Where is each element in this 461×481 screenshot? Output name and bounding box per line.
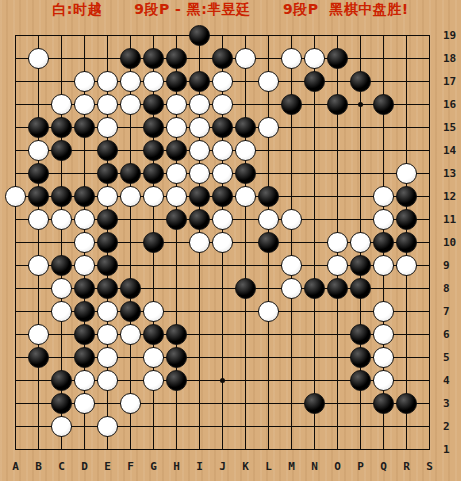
board-cell-F19[interactable] xyxy=(119,24,142,47)
board-cell-A6[interactable] xyxy=(4,323,27,346)
board-cell-A7[interactable] xyxy=(4,300,27,323)
board-cell-N7[interactable] xyxy=(303,300,326,323)
board-cell-Q19[interactable] xyxy=(372,24,395,47)
board-cell-L12[interactable] xyxy=(257,185,280,208)
board-cell-L18[interactable] xyxy=(257,47,280,70)
board-cell-K6[interactable] xyxy=(234,323,257,346)
board-cell-N16[interactable] xyxy=(303,93,326,116)
board-cell-Q1[interactable] xyxy=(372,438,395,461)
board-cell-I3[interactable] xyxy=(188,392,211,415)
board-cell-D2[interactable] xyxy=(73,415,96,438)
board-cell-F8[interactable] xyxy=(119,277,142,300)
board-cell-G9[interactable] xyxy=(142,254,165,277)
board-cell-Q5[interactable] xyxy=(372,346,395,369)
board-cell-B9[interactable] xyxy=(27,254,50,277)
board-cell-G19[interactable] xyxy=(142,24,165,47)
board-cell-F14[interactable] xyxy=(119,139,142,162)
board-cell-A18[interactable] xyxy=(4,47,27,70)
board-cell-M3[interactable] xyxy=(280,392,303,415)
board-cell-Q15[interactable] xyxy=(372,116,395,139)
board-cell-E16[interactable] xyxy=(96,93,119,116)
board-cell-A13[interactable] xyxy=(4,162,27,185)
board-cell-K9[interactable] xyxy=(234,254,257,277)
board-cell-Q6[interactable] xyxy=(372,323,395,346)
board-cell-H10[interactable] xyxy=(165,231,188,254)
board-cell-E12[interactable] xyxy=(96,185,119,208)
board-cell-F9[interactable] xyxy=(119,254,142,277)
board-cell-A11[interactable] xyxy=(4,208,27,231)
board-cell-A12[interactable] xyxy=(4,185,27,208)
board-cell-C9[interactable] xyxy=(50,254,73,277)
board-cell-H15[interactable] xyxy=(165,116,188,139)
board-cell-M11[interactable] xyxy=(280,208,303,231)
board-cell-L9[interactable] xyxy=(257,254,280,277)
board-cell-H4[interactable] xyxy=(165,369,188,392)
board-cell-C11[interactable] xyxy=(50,208,73,231)
board-cell-C1[interactable] xyxy=(50,438,73,461)
board-cell-N18[interactable] xyxy=(303,47,326,70)
board-cell-Q18[interactable] xyxy=(372,47,395,70)
board-cell-O8[interactable] xyxy=(326,277,349,300)
board-cell-S13[interactable] xyxy=(418,162,441,185)
board-cell-I16[interactable] xyxy=(188,93,211,116)
board-cell-L1[interactable] xyxy=(257,438,280,461)
board-cell-N10[interactable] xyxy=(303,231,326,254)
board-cell-O10[interactable] xyxy=(326,231,349,254)
board-cell-K1[interactable] xyxy=(234,438,257,461)
board-cell-S4[interactable] xyxy=(418,369,441,392)
board-cell-S11[interactable] xyxy=(418,208,441,231)
board-cell-I10[interactable] xyxy=(188,231,211,254)
board-cell-G18[interactable] xyxy=(142,47,165,70)
board-cell-S18[interactable] xyxy=(418,47,441,70)
board-cell-L3[interactable] xyxy=(257,392,280,415)
board-cell-S15[interactable] xyxy=(418,116,441,139)
board-cell-S6[interactable] xyxy=(418,323,441,346)
board-cell-P6[interactable] xyxy=(349,323,372,346)
board-cell-R19[interactable] xyxy=(395,24,418,47)
board-cell-J4[interactable] xyxy=(211,369,234,392)
board-cell-S10[interactable] xyxy=(418,231,441,254)
board-cell-I7[interactable] xyxy=(188,300,211,323)
board-cell-M1[interactable] xyxy=(280,438,303,461)
board-cell-B10[interactable] xyxy=(27,231,50,254)
board-cell-H2[interactable] xyxy=(165,415,188,438)
board-cell-S2[interactable] xyxy=(418,415,441,438)
board-cell-I8[interactable] xyxy=(188,277,211,300)
board-cell-H7[interactable] xyxy=(165,300,188,323)
board-cell-E3[interactable] xyxy=(96,392,119,415)
board-cell-A19[interactable] xyxy=(4,24,27,47)
board-cell-S1[interactable] xyxy=(418,438,441,461)
board-cell-J13[interactable] xyxy=(211,162,234,185)
board-cell-H5[interactable] xyxy=(165,346,188,369)
board-cell-G11[interactable] xyxy=(142,208,165,231)
board-cell-B16[interactable] xyxy=(27,93,50,116)
board-cell-M9[interactable] xyxy=(280,254,303,277)
board-cell-B18[interactable] xyxy=(27,47,50,70)
board-cell-Q7[interactable] xyxy=(372,300,395,323)
board-cell-R4[interactable] xyxy=(395,369,418,392)
board-cell-P18[interactable] xyxy=(349,47,372,70)
board-cell-Q2[interactable] xyxy=(372,415,395,438)
board-cell-A17[interactable] xyxy=(4,70,27,93)
board-cell-A5[interactable] xyxy=(4,346,27,369)
board-cell-N19[interactable] xyxy=(303,24,326,47)
board-cell-P4[interactable] xyxy=(349,369,372,392)
board-cell-B17[interactable] xyxy=(27,70,50,93)
board-cell-R3[interactable] xyxy=(395,392,418,415)
board-cell-P5[interactable] xyxy=(349,346,372,369)
board-cell-D12[interactable] xyxy=(73,185,96,208)
board-cell-K13[interactable] xyxy=(234,162,257,185)
board-cell-C13[interactable] xyxy=(50,162,73,185)
board-cell-M10[interactable] xyxy=(280,231,303,254)
board-cell-L6[interactable] xyxy=(257,323,280,346)
board-cell-P2[interactable] xyxy=(349,415,372,438)
board-cell-A14[interactable] xyxy=(4,139,27,162)
board-cell-S17[interactable] xyxy=(418,70,441,93)
board-cell-K14[interactable] xyxy=(234,139,257,162)
board-cell-S5[interactable] xyxy=(418,346,441,369)
board-cell-D8[interactable] xyxy=(73,277,96,300)
board-cell-L15[interactable] xyxy=(257,116,280,139)
board-cell-M12[interactable] xyxy=(280,185,303,208)
board-cell-H12[interactable] xyxy=(165,185,188,208)
board-cell-F15[interactable] xyxy=(119,116,142,139)
board-cell-C2[interactable] xyxy=(50,415,73,438)
board-cell-R9[interactable] xyxy=(395,254,418,277)
board-cell-H18[interactable] xyxy=(165,47,188,70)
board-cell-Q4[interactable] xyxy=(372,369,395,392)
board-cell-D18[interactable] xyxy=(73,47,96,70)
board-cell-B4[interactable] xyxy=(27,369,50,392)
board-cell-R18[interactable] xyxy=(395,47,418,70)
board-cell-D17[interactable] xyxy=(73,70,96,93)
board-cell-G7[interactable] xyxy=(142,300,165,323)
board-cell-N5[interactable] xyxy=(303,346,326,369)
board-cell-N9[interactable] xyxy=(303,254,326,277)
board-cell-R7[interactable] xyxy=(395,300,418,323)
board-cell-G4[interactable] xyxy=(142,369,165,392)
board-cell-I9[interactable] xyxy=(188,254,211,277)
board-cell-D13[interactable] xyxy=(73,162,96,185)
board-cell-I12[interactable] xyxy=(188,185,211,208)
board-cell-O14[interactable] xyxy=(326,139,349,162)
board-cell-N6[interactable] xyxy=(303,323,326,346)
board-cell-M6[interactable] xyxy=(280,323,303,346)
board-cell-J11[interactable] xyxy=(211,208,234,231)
board-cell-P13[interactable] xyxy=(349,162,372,185)
board-cell-B11[interactable] xyxy=(27,208,50,231)
board-cell-E6[interactable] xyxy=(96,323,119,346)
board-cell-B6[interactable] xyxy=(27,323,50,346)
board-cell-S8[interactable] xyxy=(418,277,441,300)
board-cell-I2[interactable] xyxy=(188,415,211,438)
board-cell-E17[interactable] xyxy=(96,70,119,93)
board-cell-D3[interactable] xyxy=(73,392,96,415)
board-cell-E11[interactable] xyxy=(96,208,119,231)
board-cell-O5[interactable] xyxy=(326,346,349,369)
board-cell-B13[interactable] xyxy=(27,162,50,185)
board-cell-G16[interactable] xyxy=(142,93,165,116)
board-cell-L14[interactable] xyxy=(257,139,280,162)
board-cell-H9[interactable] xyxy=(165,254,188,277)
board-cell-S7[interactable] xyxy=(418,300,441,323)
board-cell-O3[interactable] xyxy=(326,392,349,415)
board-cell-P1[interactable] xyxy=(349,438,372,461)
board-cell-N17[interactable] xyxy=(303,70,326,93)
board-cell-K2[interactable] xyxy=(234,415,257,438)
board-cell-A15[interactable] xyxy=(4,116,27,139)
board-cell-I17[interactable] xyxy=(188,70,211,93)
board-cell-R16[interactable] xyxy=(395,93,418,116)
board-cell-C8[interactable] xyxy=(50,277,73,300)
board-cell-J2[interactable] xyxy=(211,415,234,438)
board-cell-N14[interactable] xyxy=(303,139,326,162)
board-cell-F1[interactable] xyxy=(119,438,142,461)
board-cell-D11[interactable] xyxy=(73,208,96,231)
board-cell-J17[interactable] xyxy=(211,70,234,93)
board-cell-G17[interactable] xyxy=(142,70,165,93)
board-cell-D19[interactable] xyxy=(73,24,96,47)
board-cell-B5[interactable] xyxy=(27,346,50,369)
board-cell-G13[interactable] xyxy=(142,162,165,185)
board-cell-G1[interactable] xyxy=(142,438,165,461)
board-cell-O9[interactable] xyxy=(326,254,349,277)
board-cell-H3[interactable] xyxy=(165,392,188,415)
board-cell-R8[interactable] xyxy=(395,277,418,300)
board-cell-K19[interactable] xyxy=(234,24,257,47)
board-cell-M15[interactable] xyxy=(280,116,303,139)
board-cell-H1[interactable] xyxy=(165,438,188,461)
board-cell-J14[interactable] xyxy=(211,139,234,162)
board-cell-F11[interactable] xyxy=(119,208,142,231)
board-cell-L13[interactable] xyxy=(257,162,280,185)
board-cell-K16[interactable] xyxy=(234,93,257,116)
board-cell-O6[interactable] xyxy=(326,323,349,346)
board-cell-O4[interactable] xyxy=(326,369,349,392)
board-cell-Q9[interactable] xyxy=(372,254,395,277)
board-cell-J15[interactable] xyxy=(211,116,234,139)
board-cell-O2[interactable] xyxy=(326,415,349,438)
board-cell-M18[interactable] xyxy=(280,47,303,70)
board-cell-E4[interactable] xyxy=(96,369,119,392)
board-cell-L8[interactable] xyxy=(257,277,280,300)
board-cell-G6[interactable] xyxy=(142,323,165,346)
board-cell-C4[interactable] xyxy=(50,369,73,392)
board-cell-J12[interactable] xyxy=(211,185,234,208)
board-cell-N2[interactable] xyxy=(303,415,326,438)
board-cell-J5[interactable] xyxy=(211,346,234,369)
board-cell-P11[interactable] xyxy=(349,208,372,231)
board-cell-L19[interactable] xyxy=(257,24,280,47)
board-cell-E8[interactable] xyxy=(96,277,119,300)
board-cell-G12[interactable] xyxy=(142,185,165,208)
board-cell-E5[interactable] xyxy=(96,346,119,369)
board-cell-N4[interactable] xyxy=(303,369,326,392)
board-cell-I13[interactable] xyxy=(188,162,211,185)
board-cell-P14[interactable] xyxy=(349,139,372,162)
board-cell-Q14[interactable] xyxy=(372,139,395,162)
board-cell-O7[interactable] xyxy=(326,300,349,323)
board-cell-I18[interactable] xyxy=(188,47,211,70)
board-cell-I19[interactable] xyxy=(188,24,211,47)
board-cell-E18[interactable] xyxy=(96,47,119,70)
board-cell-R1[interactable] xyxy=(395,438,418,461)
board-cell-K3[interactable] xyxy=(234,392,257,415)
board-cell-D15[interactable] xyxy=(73,116,96,139)
board-cell-L17[interactable] xyxy=(257,70,280,93)
board-cell-D6[interactable] xyxy=(73,323,96,346)
board-cell-C3[interactable] xyxy=(50,392,73,415)
board-cell-F5[interactable] xyxy=(119,346,142,369)
board-cell-K12[interactable] xyxy=(234,185,257,208)
board-cell-D14[interactable] xyxy=(73,139,96,162)
board-cell-O12[interactable] xyxy=(326,185,349,208)
board-cell-B2[interactable] xyxy=(27,415,50,438)
board-cell-M14[interactable] xyxy=(280,139,303,162)
board-cell-C19[interactable] xyxy=(50,24,73,47)
board-cell-H13[interactable] xyxy=(165,162,188,185)
board-cell-I5[interactable] xyxy=(188,346,211,369)
board-cell-H11[interactable] xyxy=(165,208,188,231)
board-cell-M7[interactable] xyxy=(280,300,303,323)
board-cell-L2[interactable] xyxy=(257,415,280,438)
board-cell-S16[interactable] xyxy=(418,93,441,116)
board-cell-Q17[interactable] xyxy=(372,70,395,93)
board-cell-F4[interactable] xyxy=(119,369,142,392)
board-cell-H14[interactable] xyxy=(165,139,188,162)
board-cell-M13[interactable] xyxy=(280,162,303,185)
board-cell-D10[interactable] xyxy=(73,231,96,254)
board-cell-F2[interactable] xyxy=(119,415,142,438)
board-cell-A9[interactable] xyxy=(4,254,27,277)
board-cell-J8[interactable] xyxy=(211,277,234,300)
board-cell-F18[interactable] xyxy=(119,47,142,70)
board-cell-A16[interactable] xyxy=(4,93,27,116)
board-cell-E7[interactable] xyxy=(96,300,119,323)
board-cell-C12[interactable] xyxy=(50,185,73,208)
board-cell-A2[interactable] xyxy=(4,415,27,438)
board-cell-O15[interactable] xyxy=(326,116,349,139)
board-cell-Q8[interactable] xyxy=(372,277,395,300)
board-cell-H8[interactable] xyxy=(165,277,188,300)
board-cell-M2[interactable] xyxy=(280,415,303,438)
board-cell-B19[interactable] xyxy=(27,24,50,47)
board-cell-J1[interactable] xyxy=(211,438,234,461)
board-cell-B12[interactable] xyxy=(27,185,50,208)
board-cell-G2[interactable] xyxy=(142,415,165,438)
board-cell-L7[interactable] xyxy=(257,300,280,323)
board-cell-M16[interactable] xyxy=(280,93,303,116)
board-cell-I6[interactable] xyxy=(188,323,211,346)
board-cell-N1[interactable] xyxy=(303,438,326,461)
board-cell-K18[interactable] xyxy=(234,47,257,70)
board-cell-J16[interactable] xyxy=(211,93,234,116)
board-cell-F3[interactable] xyxy=(119,392,142,415)
board-cell-K10[interactable] xyxy=(234,231,257,254)
board-cell-H17[interactable] xyxy=(165,70,188,93)
board-cell-N8[interactable] xyxy=(303,277,326,300)
board-cell-C17[interactable] xyxy=(50,70,73,93)
board-cell-Q10[interactable] xyxy=(372,231,395,254)
board-cell-R14[interactable] xyxy=(395,139,418,162)
board-cell-P15[interactable] xyxy=(349,116,372,139)
board-cell-P19[interactable] xyxy=(349,24,372,47)
board-cell-N3[interactable] xyxy=(303,392,326,415)
board-cell-C7[interactable] xyxy=(50,300,73,323)
board-cell-N11[interactable] xyxy=(303,208,326,231)
board-cell-M8[interactable] xyxy=(280,277,303,300)
board-cell-P3[interactable] xyxy=(349,392,372,415)
board-cell-H19[interactable] xyxy=(165,24,188,47)
board-cell-R5[interactable] xyxy=(395,346,418,369)
board-cell-N13[interactable] xyxy=(303,162,326,185)
board-cell-K15[interactable] xyxy=(234,116,257,139)
board-cell-G14[interactable] xyxy=(142,139,165,162)
board-cell-D16[interactable] xyxy=(73,93,96,116)
board-cell-P7[interactable] xyxy=(349,300,372,323)
board-cell-F17[interactable] xyxy=(119,70,142,93)
board-cell-C6[interactable] xyxy=(50,323,73,346)
board-cell-P8[interactable] xyxy=(349,277,372,300)
board-cell-P10[interactable] xyxy=(349,231,372,254)
board-cell-S12[interactable] xyxy=(418,185,441,208)
board-cell-B7[interactable] xyxy=(27,300,50,323)
board-cell-O1[interactable] xyxy=(326,438,349,461)
board-cell-R15[interactable] xyxy=(395,116,418,139)
board-cell-J9[interactable] xyxy=(211,254,234,277)
board-cell-D5[interactable] xyxy=(73,346,96,369)
board-cell-L10[interactable] xyxy=(257,231,280,254)
board-cell-S9[interactable] xyxy=(418,254,441,277)
board-cell-C5[interactable] xyxy=(50,346,73,369)
board-cell-R10[interactable] xyxy=(395,231,418,254)
board-cell-B14[interactable] xyxy=(27,139,50,162)
board-cell-E10[interactable] xyxy=(96,231,119,254)
board-cell-B3[interactable] xyxy=(27,392,50,415)
board-cell-K17[interactable] xyxy=(234,70,257,93)
board-cell-O18[interactable] xyxy=(326,47,349,70)
board-cell-E9[interactable] xyxy=(96,254,119,277)
board-cell-J18[interactable] xyxy=(211,47,234,70)
board-cell-M17[interactable] xyxy=(280,70,303,93)
board-cell-Q12[interactable] xyxy=(372,185,395,208)
board-cell-C14[interactable] xyxy=(50,139,73,162)
board-cell-D4[interactable] xyxy=(73,369,96,392)
board-cell-I11[interactable] xyxy=(188,208,211,231)
board-cell-R11[interactable] xyxy=(395,208,418,231)
board-cell-G15[interactable] xyxy=(142,116,165,139)
board-cell-C10[interactable] xyxy=(50,231,73,254)
board-cell-A3[interactable] xyxy=(4,392,27,415)
board-cell-R6[interactable] xyxy=(395,323,418,346)
board-cell-E14[interactable] xyxy=(96,139,119,162)
board-cell-J19[interactable] xyxy=(211,24,234,47)
board-cell-M5[interactable] xyxy=(280,346,303,369)
board-cell-R17[interactable] xyxy=(395,70,418,93)
board-cell-Q11[interactable] xyxy=(372,208,395,231)
board-cell-D1[interactable] xyxy=(73,438,96,461)
board-cell-G10[interactable] xyxy=(142,231,165,254)
board-cell-G8[interactable] xyxy=(142,277,165,300)
board-cell-E1[interactable] xyxy=(96,438,119,461)
board-cell-K7[interactable] xyxy=(234,300,257,323)
board-cell-J7[interactable] xyxy=(211,300,234,323)
board-cell-S19[interactable] xyxy=(418,24,441,47)
board-cell-S3[interactable] xyxy=(418,392,441,415)
